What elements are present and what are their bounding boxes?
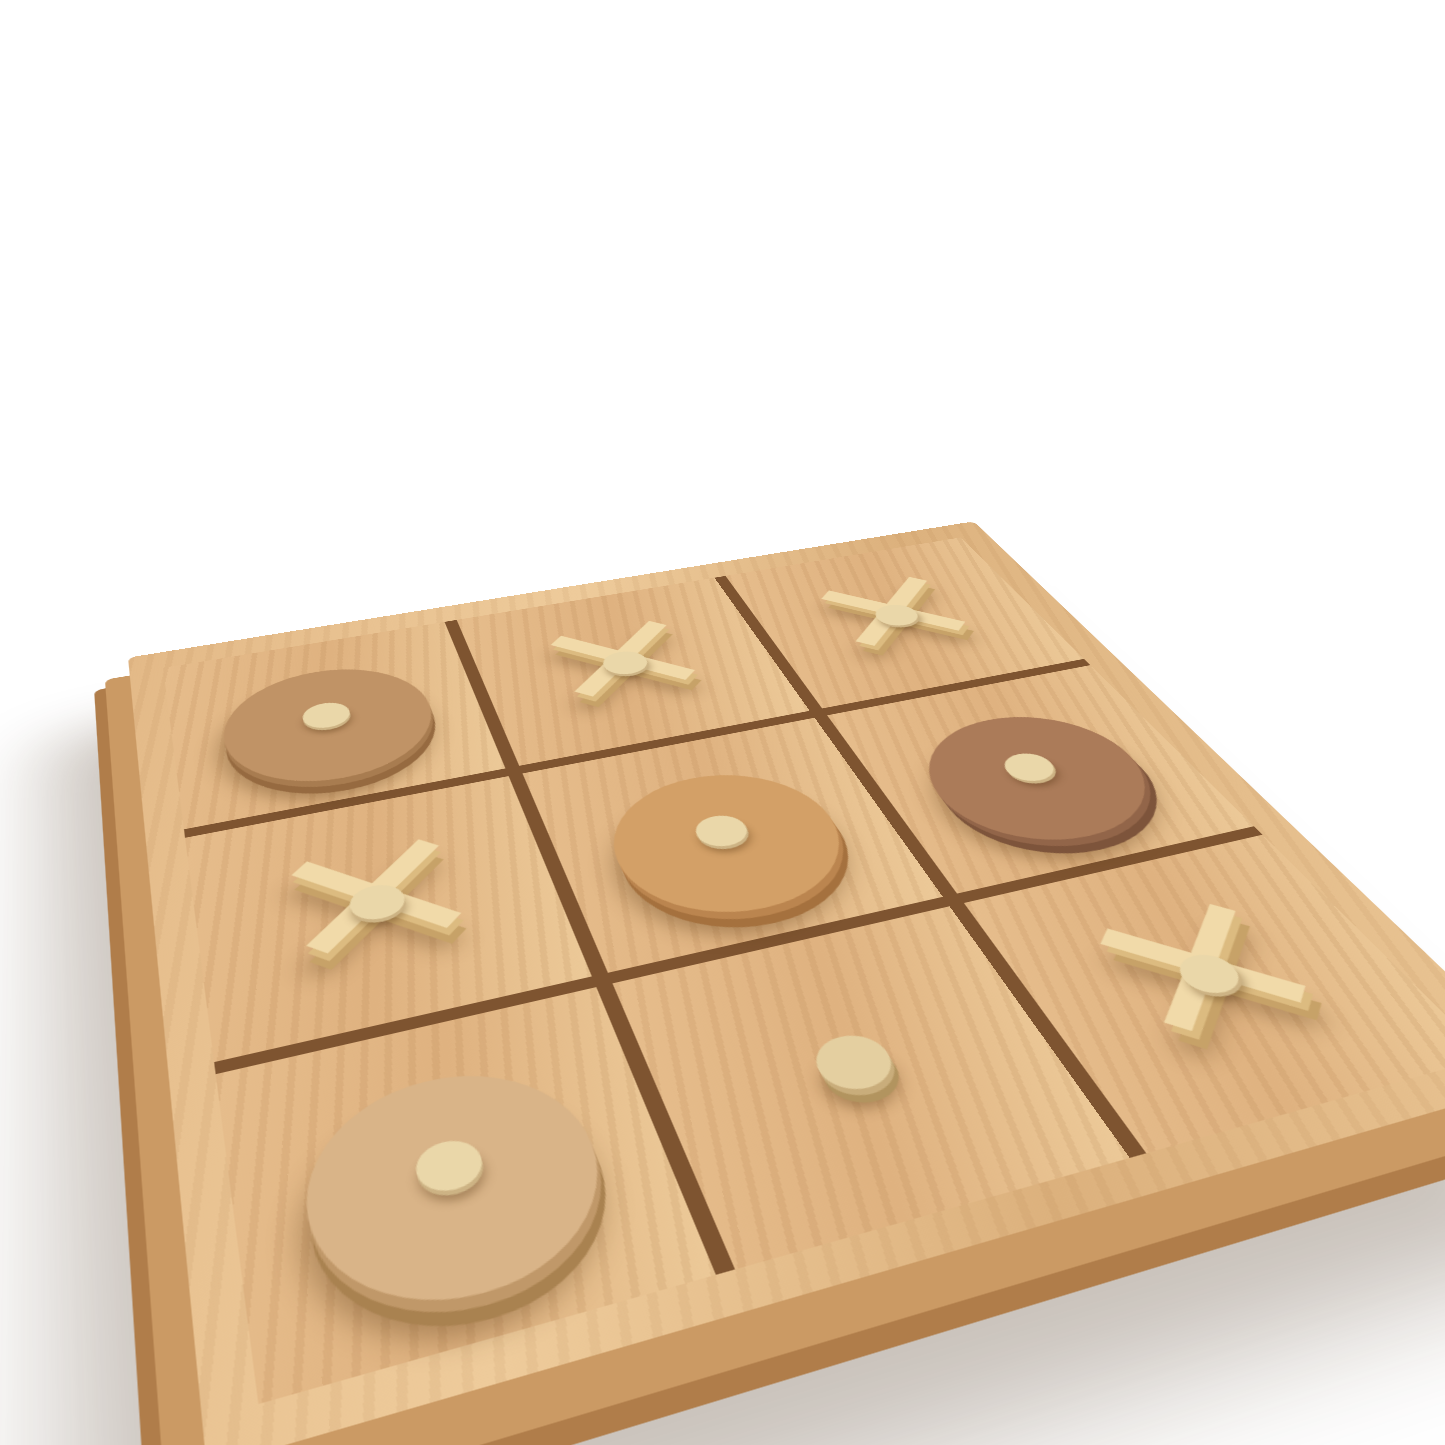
board-grid: ● ● ✕ ● ✕ ● ✕ ● ● ● ● ●: [163, 537, 1445, 1404]
peg-icon: ●: [340, 871, 413, 926]
peg-icon: ●: [295, 692, 357, 732]
peg-icon: ●: [794, 1016, 910, 1101]
tictactoe-board: ● ● ✕ ● ✕ ● ✕ ● ● ● ● ●: [128, 521, 1445, 1445]
